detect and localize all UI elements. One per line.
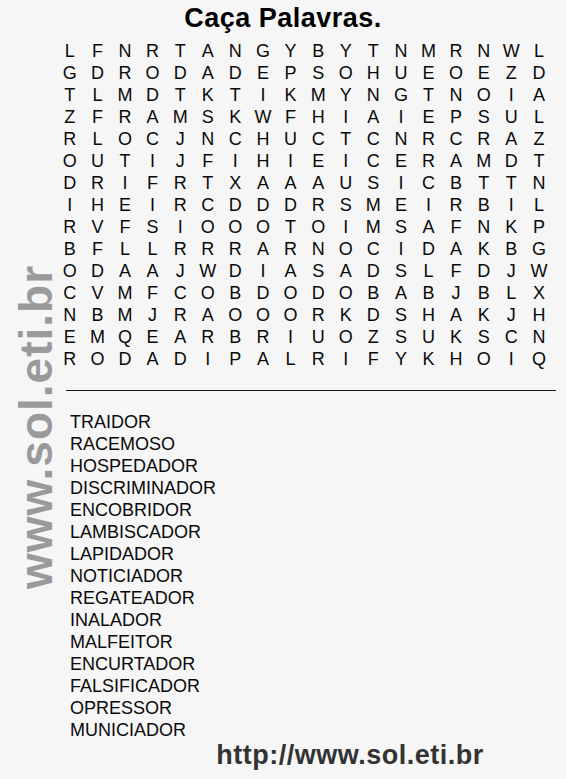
grid-cell-r15c9: L — [277, 348, 305, 370]
grid-cell-r8c17: I — [498, 194, 526, 216]
grid-cell-r5c15: C — [442, 128, 470, 150]
grid-cell-r15c13: Y — [387, 348, 415, 370]
grid-cell-r7c10: A — [304, 172, 332, 194]
grid-cell-r9c6: O — [194, 216, 222, 238]
grid-cell-r1c2: F — [84, 40, 112, 62]
grid-cell-r3c1: T — [56, 84, 84, 106]
grid-cell-r7c3: I — [111, 172, 139, 194]
grid-cell-r8c16: B — [470, 194, 498, 216]
grid-cell-r5c3: O — [111, 128, 139, 150]
grid-cell-r11c18: W — [525, 260, 553, 282]
grid-cell-r5c6: N — [194, 128, 222, 150]
grid-cell-r9c15: F — [442, 216, 470, 238]
grid-cell-r6c15: A — [442, 150, 470, 172]
grid-cell-r2c1: G — [56, 62, 84, 84]
grid-cell-r6c2: U — [84, 150, 112, 172]
grid-cell-r1c12: T — [360, 40, 388, 62]
grid-cell-r2c6: A — [194, 62, 222, 84]
grid-cell-r14c17: C — [498, 326, 526, 348]
grid-cell-r1c11: Y — [332, 40, 360, 62]
grid-cell-r10c2: F — [84, 238, 112, 260]
grid-cell-r15c3: D — [111, 348, 139, 370]
grid-cell-r14c13: S — [387, 326, 415, 348]
grid-cell-r11c15: F — [442, 260, 470, 282]
grid-cell-r7c6: T — [194, 172, 222, 194]
grid-cell-r6c17: D — [498, 150, 526, 172]
grid-cell-r4c11: I — [332, 106, 360, 128]
word-list-item: TRAIDOR — [70, 411, 216, 433]
grid-cell-r3c8: I — [249, 84, 277, 106]
grid-cell-r9c18: P — [525, 216, 553, 238]
grid-cell-r15c14: K — [415, 348, 443, 370]
letter-grid: LFNRTANGYBYTNMRNWLGDRODADEPSOHUEOEZDTLMD… — [56, 40, 553, 370]
grid-cell-r12c3: M — [111, 282, 139, 304]
grid-cell-r13c18: H — [525, 304, 553, 326]
grid-cell-r11c5: J — [166, 260, 194, 282]
word-list-item: ENCURTADOR — [70, 653, 216, 675]
grid-cell-r15c18: Q — [525, 348, 553, 370]
grid-cell-r10c10: N — [304, 238, 332, 260]
grid-cell-r9c13: S — [387, 216, 415, 238]
grid-cell-r6c6: F — [194, 150, 222, 172]
grid-cell-r7c12: S — [360, 172, 388, 194]
grid-cell-r3c15: N — [442, 84, 470, 106]
grid-cell-r4c18: L — [525, 106, 553, 128]
grid-cell-r4c2: F — [84, 106, 112, 128]
grid-cell-r13c10: R — [304, 304, 332, 326]
grid-cell-r14c14: U — [415, 326, 443, 348]
grid-cell-r6c12: C — [360, 150, 388, 172]
grid-cell-r3c4: D — [139, 84, 167, 106]
grid-cell-r11c14: L — [415, 260, 443, 282]
grid-cell-r14c7: B — [222, 326, 250, 348]
grid-cell-r10c17: B — [498, 238, 526, 260]
grid-cell-r9c3: F — [111, 216, 139, 238]
grid-cell-r4c12: A — [360, 106, 388, 128]
grid-cell-r15c10: R — [304, 348, 332, 370]
grid-cell-r9c1: R — [56, 216, 84, 238]
grid-cell-r9c9: T — [277, 216, 305, 238]
grid-cell-r1c7: N — [222, 40, 250, 62]
grid-cell-r11c17: J — [498, 260, 526, 282]
word-list-item: OPRESSOR — [70, 697, 216, 719]
grid-cell-r8c18: L — [525, 194, 553, 216]
grid-cell-r12c13: A — [387, 282, 415, 304]
grid-cell-r8c15: R — [442, 194, 470, 216]
word-list-item: LAPIDADOR — [70, 543, 216, 565]
grid-cell-r6c5: J — [166, 150, 194, 172]
grid-cell-r5c2: L — [84, 128, 112, 150]
grid-cell-r4c7: K — [222, 106, 250, 128]
grid-cell-r9c10: O — [304, 216, 332, 238]
grid-cell-r7c2: R — [84, 172, 112, 194]
grid-cell-r5c13: N — [387, 128, 415, 150]
grid-cell-r4c17: U — [498, 106, 526, 128]
grid-cell-r6c11: I — [332, 150, 360, 172]
grid-cell-r6c3: T — [111, 150, 139, 172]
grid-cell-r5c18: Z — [525, 128, 553, 150]
grid-cell-r13c6: A — [194, 304, 222, 326]
grid-cell-r13c15: A — [442, 304, 470, 326]
sidebar-watermark: www.sol.eti.br — [9, 265, 63, 589]
grid-cell-r9c2: V — [84, 216, 112, 238]
grid-cell-r14c10: U — [304, 326, 332, 348]
grid-cell-r1c4: R — [139, 40, 167, 62]
grid-cell-r13c16: K — [470, 304, 498, 326]
grid-cell-r2c11: O — [332, 62, 360, 84]
grid-cell-r6c18: T — [525, 150, 553, 172]
grid-cell-r10c6: R — [194, 238, 222, 260]
grid-cell-r4c15: P — [442, 106, 470, 128]
grid-cell-r8c12: M — [360, 194, 388, 216]
grid-cell-r8c3: E — [111, 194, 139, 216]
grid-cell-r12c5: C — [166, 282, 194, 304]
grid-cell-r10c18: G — [525, 238, 553, 260]
grid-cell-r15c17: I — [498, 348, 526, 370]
grid-cell-r2c14: E — [415, 62, 443, 84]
grid-cell-r15c5: D — [166, 348, 194, 370]
grid-cell-r11c12: D — [360, 260, 388, 282]
word-list-item: HOSPEDADOR — [70, 455, 216, 477]
grid-cell-r8c6: C — [194, 194, 222, 216]
page-title: Caça Palavras. — [0, 3, 566, 34]
word-list-item: MUNICIADOR — [70, 719, 216, 741]
grid-cell-r10c7: R — [222, 238, 250, 260]
grid-cell-r9c12: M — [360, 216, 388, 238]
grid-cell-r13c8: O — [249, 304, 277, 326]
grid-cell-r6c16: M — [470, 150, 498, 172]
grid-cell-r4c14: E — [415, 106, 443, 128]
grid-cell-r2c5: D — [166, 62, 194, 84]
grid-cell-r9c7: O — [222, 216, 250, 238]
grid-cell-r7c5: R — [166, 172, 194, 194]
grid-cell-r6c10: E — [304, 150, 332, 172]
grid-cell-r13c13: S — [387, 304, 415, 326]
grid-cell-r4c9: F — [277, 106, 305, 128]
grid-cell-r4c4: A — [139, 106, 167, 128]
grid-cell-r10c9: R — [277, 238, 305, 260]
grid-cell-r8c7: D — [222, 194, 250, 216]
grid-cell-r9c8: O — [249, 216, 277, 238]
grid-cell-r9c11: I — [332, 216, 360, 238]
grid-cell-r5c16: R — [470, 128, 498, 150]
grid-cell-r15c2: O — [84, 348, 112, 370]
grid-cell-r10c1: B — [56, 238, 84, 260]
grid-cell-r14c18: N — [525, 326, 553, 348]
grid-cell-r11c16: D — [470, 260, 498, 282]
grid-cell-r5c7: C — [222, 128, 250, 150]
grid-cell-r14c2: M — [84, 326, 112, 348]
grid-cell-r11c2: D — [84, 260, 112, 282]
grid-cell-r14c15: K — [442, 326, 470, 348]
grid-cell-r4c10: H — [304, 106, 332, 128]
grid-cell-r5c11: T — [332, 128, 360, 150]
grid-cell-r2c12: H — [360, 62, 388, 84]
word-list-item: NOTICIADOR — [70, 565, 216, 587]
grid-cell-r2c16: E — [470, 62, 498, 84]
grid-cell-r3c10: M — [304, 84, 332, 106]
grid-cell-r15c8: A — [249, 348, 277, 370]
grid-cell-r9c16: N — [470, 216, 498, 238]
grid-cell-r15c6: I — [194, 348, 222, 370]
grid-cell-r7c14: C — [415, 172, 443, 194]
grid-cell-r1c16: N — [470, 40, 498, 62]
grid-cell-r11c9: A — [277, 260, 305, 282]
grid-cell-r10c13: I — [387, 238, 415, 260]
grid-cell-r8c10: R — [304, 194, 332, 216]
grid-cell-r7c16: T — [470, 172, 498, 194]
word-list-item: INALADOR — [70, 609, 216, 631]
word-list-item: RACEMOSO — [70, 433, 216, 455]
grid-cell-r14c16: S — [470, 326, 498, 348]
grid-cell-r8c8: D — [249, 194, 277, 216]
grid-cell-r10c8: A — [249, 238, 277, 260]
grid-cell-r4c1: Z — [56, 106, 84, 128]
grid-cell-r10c12: C — [360, 238, 388, 260]
grid-cell-r12c6: O — [194, 282, 222, 304]
grid-cell-r14c4: E — [139, 326, 167, 348]
grid-cell-r8c1: I — [56, 194, 84, 216]
grid-cell-r5c5: J — [166, 128, 194, 150]
grid-cell-r15c11: I — [332, 348, 360, 370]
grid-cell-r8c13: E — [387, 194, 415, 216]
grid-cell-r3c13: G — [387, 84, 415, 106]
grid-cell-r14c3: Q — [111, 326, 139, 348]
grid-cell-r2c8: E — [249, 62, 277, 84]
grid-cell-r7c7: X — [222, 172, 250, 194]
grid-cell-r11c13: S — [387, 260, 415, 282]
grid-cell-r1c6: A — [194, 40, 222, 62]
grid-cell-r2c9: P — [277, 62, 305, 84]
grid-cell-r10c3: L — [111, 238, 139, 260]
grid-cell-r6c1: O — [56, 150, 84, 172]
grid-cell-r6c9: I — [277, 150, 305, 172]
word-list-item: FALSIFICADOR — [70, 675, 216, 697]
word-list-divider — [66, 390, 556, 391]
grid-cell-r1c9: Y — [277, 40, 305, 62]
grid-cell-r13c17: J — [498, 304, 526, 326]
grid-cell-r1c15: R — [442, 40, 470, 62]
grid-cell-r6c7: I — [222, 150, 250, 172]
grid-cell-r7c18: N — [525, 172, 553, 194]
grid-cell-r10c4: L — [139, 238, 167, 260]
grid-cell-r13c12: D — [360, 304, 388, 326]
grid-cell-r10c11: O — [332, 238, 360, 260]
grid-cell-r10c5: R — [166, 238, 194, 260]
grid-cell-r12c9: O — [277, 282, 305, 304]
word-list-item: LAMBISCADOR — [70, 521, 216, 543]
grid-cell-r7c13: I — [387, 172, 415, 194]
grid-cell-r1c1: L — [56, 40, 84, 62]
grid-cell-r15c7: P — [222, 348, 250, 370]
grid-cell-r8c5: R — [166, 194, 194, 216]
grid-cell-r8c9: D — [277, 194, 305, 216]
grid-cell-r5c14: R — [415, 128, 443, 150]
grid-cell-r11c6: W — [194, 260, 222, 282]
grid-cell-r14c12: Z — [360, 326, 388, 348]
grid-cell-r11c4: A — [139, 260, 167, 282]
grid-cell-r7c8: A — [249, 172, 277, 194]
grid-cell-r14c8: R — [249, 326, 277, 348]
grid-cell-r12c4: F — [139, 282, 167, 304]
grid-cell-r12c2: V — [84, 282, 112, 304]
grid-cell-r1c13: N — [387, 40, 415, 62]
grid-cell-r13c11: K — [332, 304, 360, 326]
grid-cell-r4c6: S — [194, 106, 222, 128]
grid-cell-r5c8: H — [249, 128, 277, 150]
grid-cell-r3c14: T — [415, 84, 443, 106]
grid-cell-r6c13: E — [387, 150, 415, 172]
grid-cell-r7c11: U — [332, 172, 360, 194]
grid-cell-r1c8: G — [249, 40, 277, 62]
grid-cell-r12c18: X — [525, 282, 553, 304]
grid-cell-r2c18: D — [525, 62, 553, 84]
grid-cell-r3c6: K — [194, 84, 222, 106]
grid-cell-r10c16: K — [470, 238, 498, 260]
grid-cell-r7c1: D — [56, 172, 84, 194]
grid-cell-r13c5: R — [166, 304, 194, 326]
grid-cell-r9c17: K — [498, 216, 526, 238]
footer-url: http://www.sol.eti.br — [140, 740, 560, 771]
grid-cell-r3c2: L — [84, 84, 112, 106]
grid-cell-r4c3: R — [111, 106, 139, 128]
grid-cell-r9c14: A — [415, 216, 443, 238]
grid-cell-r2c13: U — [387, 62, 415, 84]
grid-cell-r4c8: W — [249, 106, 277, 128]
grid-cell-r1c10: B — [304, 40, 332, 62]
grid-cell-r3c17: I — [498, 84, 526, 106]
grid-cell-r15c15: H — [442, 348, 470, 370]
grid-cell-r6c14: R — [415, 150, 443, 172]
grid-cell-r12c14: B — [415, 282, 443, 304]
grid-cell-r1c17: W — [498, 40, 526, 62]
grid-cell-r4c16: S — [470, 106, 498, 128]
grid-cell-r5c4: C — [139, 128, 167, 150]
grid-cell-r6c8: H — [249, 150, 277, 172]
grid-cell-r13c7: O — [222, 304, 250, 326]
grid-cell-r15c16: O — [470, 348, 498, 370]
grid-cell-r3c7: T — [222, 84, 250, 106]
grid-cell-r12c16: B — [470, 282, 498, 304]
grid-cell-r11c8: I — [249, 260, 277, 282]
grid-cell-r12c12: B — [360, 282, 388, 304]
grid-cell-r11c7: D — [222, 260, 250, 282]
grid-cell-r12c7: B — [222, 282, 250, 304]
grid-cell-r3c3: M — [111, 84, 139, 106]
grid-cell-r6c4: I — [139, 150, 167, 172]
grid-cell-r11c3: A — [111, 260, 139, 282]
grid-cell-r10c15: A — [442, 238, 470, 260]
grid-cell-r3c11: Y — [332, 84, 360, 106]
grid-cell-r8c2: H — [84, 194, 112, 216]
grid-cell-r3c12: N — [360, 84, 388, 106]
grid-cell-r8c11: S — [332, 194, 360, 216]
grid-cell-r14c11: O — [332, 326, 360, 348]
grid-cell-r5c1: R — [56, 128, 84, 150]
grid-cell-r9c4: S — [139, 216, 167, 238]
grid-cell-r7c9: A — [277, 172, 305, 194]
grid-cell-r3c5: T — [166, 84, 194, 106]
grid-cell-r8c4: I — [139, 194, 167, 216]
grid-cell-r5c17: A — [498, 128, 526, 150]
grid-cell-r2c2: D — [84, 62, 112, 84]
grid-cell-r14c9: I — [277, 326, 305, 348]
grid-cell-r12c15: J — [442, 282, 470, 304]
grid-cell-r2c15: O — [442, 62, 470, 84]
grid-cell-r15c4: A — [139, 348, 167, 370]
grid-cell-r2c3: R — [111, 62, 139, 84]
grid-cell-r14c5: A — [166, 326, 194, 348]
word-list-item: MALFEITOR — [70, 631, 216, 653]
grid-cell-r13c3: M — [111, 304, 139, 326]
grid-cell-r1c18: L — [525, 40, 553, 62]
grid-cell-r3c9: K — [277, 84, 305, 106]
grid-cell-r12c10: D — [304, 282, 332, 304]
grid-cell-r4c5: M — [166, 106, 194, 128]
grid-cell-r12c8: D — [249, 282, 277, 304]
grid-cell-r3c18: A — [525, 84, 553, 106]
grid-cell-r13c2: B — [84, 304, 112, 326]
grid-cell-r2c10: S — [304, 62, 332, 84]
grid-cell-r5c12: C — [360, 128, 388, 150]
grid-cell-r11c10: S — [304, 260, 332, 282]
grid-cell-r15c12: F — [360, 348, 388, 370]
grid-cell-r13c4: J — [139, 304, 167, 326]
grid-cell-r5c9: U — [277, 128, 305, 150]
grid-cell-r12c11: O — [332, 282, 360, 304]
grid-cell-r7c15: B — [442, 172, 470, 194]
grid-cell-r13c9: O — [277, 304, 305, 326]
grid-cell-r14c6: R — [194, 326, 222, 348]
grid-cell-r8c14: I — [415, 194, 443, 216]
grid-cell-r10c14: D — [415, 238, 443, 260]
grid-cell-r2c7: D — [222, 62, 250, 84]
word-list-item: DISCRIMINADOR — [70, 477, 216, 499]
word-list-item: ENCOBRIDOR — [70, 499, 216, 521]
word-list-item: REGATEADOR — [70, 587, 216, 609]
word-list: TRAIDORRACEMOSOHOSPEDADORDISCRIMINADOREN… — [70, 411, 216, 741]
grid-cell-r13c14: H — [415, 304, 443, 326]
grid-cell-r2c17: Z — [498, 62, 526, 84]
grid-cell-r9c5: I — [166, 216, 194, 238]
grid-cell-r12c17: L — [498, 282, 526, 304]
grid-cell-r3c16: O — [470, 84, 498, 106]
grid-cell-r7c4: F — [139, 172, 167, 194]
grid-cell-r1c3: N — [111, 40, 139, 62]
grid-cell-r4c13: I — [387, 106, 415, 128]
grid-cell-r2c4: O — [139, 62, 167, 84]
grid-cell-r7c17: T — [498, 172, 526, 194]
grid-cell-r1c5: T — [166, 40, 194, 62]
grid-cell-r11c11: A — [332, 260, 360, 282]
grid-cell-r1c14: M — [415, 40, 443, 62]
grid-cell-r5c10: C — [304, 128, 332, 150]
